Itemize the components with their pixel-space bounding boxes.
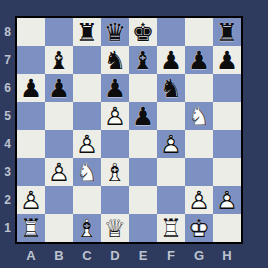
square-b4[interactable] [45,130,73,158]
file-label-c: C [73,246,101,266]
square-b1[interactable] [45,214,73,242]
square-c2[interactable] [73,186,101,214]
square-d2[interactable] [101,186,129,214]
square-e7[interactable]: ♝ [129,46,157,74]
square-h7[interactable]: ♟ [213,46,241,74]
square-h4[interactable] [213,130,241,158]
square-f7[interactable]: ♟ [157,46,185,74]
square-f5[interactable] [157,102,185,130]
file-label-b: B [45,246,73,266]
chess-board: ♜♛♚♜♝♞♝♟♟♟♟♟♟♞♟♙♟♞♘♟♙♟♙♟♙♞♘♝♗♟♙♟♙♟♙♜♖♝♗♛… [15,16,243,244]
piece-white-pawn: ♟♙ [157,130,185,158]
piece-white-rook: ♜♖ [17,214,45,242]
square-f6[interactable]: ♞ [157,74,185,102]
piece-black-pawn: ♟ [129,102,157,130]
piece-white-pawn: ♟♙ [101,102,129,130]
square-g5[interactable]: ♞♘ [185,102,213,130]
piece-black-pawn: ♟ [101,74,129,102]
square-c4[interactable]: ♟♙ [73,130,101,158]
square-a4[interactable] [17,130,45,158]
piece-black-rook: ♜ [73,18,101,46]
square-e6[interactable] [129,74,157,102]
square-g8[interactable] [185,18,213,46]
square-a6[interactable]: ♟ [17,74,45,102]
square-e8[interactable]: ♚ [129,18,157,46]
square-e5[interactable]: ♟ [129,102,157,130]
rank-label-3: 3 [0,158,15,186]
square-b6[interactable]: ♟ [45,74,73,102]
rank-label-4: 4 [0,130,15,158]
piece-white-king: ♚♔ [185,214,213,242]
rank-labels: 8 7 6 5 4 3 2 1 [0,18,15,242]
square-b7[interactable]: ♝ [45,46,73,74]
square-a2[interactable]: ♟♙ [17,186,45,214]
piece-black-bishop: ♝ [45,46,73,74]
square-c1[interactable]: ♝♗ [73,214,101,242]
square-g2[interactable]: ♟♙ [185,186,213,214]
piece-white-knight: ♞♘ [73,158,101,186]
square-c6[interactable] [73,74,101,102]
square-f1[interactable]: ♜♖ [157,214,185,242]
square-f8[interactable] [157,18,185,46]
piece-black-king: ♚ [129,18,157,46]
square-c7[interactable] [73,46,101,74]
file-label-e: E [129,246,157,266]
square-a3[interactable] [17,158,45,186]
square-d1[interactable]: ♛♕ [101,214,129,242]
file-label-a: A [17,246,45,266]
square-b8[interactable] [45,18,73,46]
square-a7[interactable] [17,46,45,74]
square-a5[interactable] [17,102,45,130]
piece-white-pawn: ♟♙ [185,186,213,214]
square-d3[interactable]: ♝♗ [101,158,129,186]
square-c3[interactable]: ♞♘ [73,158,101,186]
square-h2[interactable]: ♟♙ [213,186,241,214]
piece-black-bishop: ♝ [129,46,157,74]
square-a8[interactable] [17,18,45,46]
piece-black-knight: ♞ [157,74,185,102]
rank-label-1: 1 [0,214,15,242]
square-a1[interactable]: ♜♖ [17,214,45,242]
piece-black-pawn: ♟ [185,46,213,74]
piece-white-pawn: ♟♙ [17,186,45,214]
square-e1[interactable] [129,214,157,242]
square-d6[interactable]: ♟ [101,74,129,102]
square-f2[interactable] [157,186,185,214]
file-label-g: G [185,246,213,266]
square-g4[interactable] [185,130,213,158]
rank-label-6: 6 [0,74,15,102]
piece-white-pawn: ♟♙ [213,186,241,214]
square-e2[interactable] [129,186,157,214]
rank-label-2: 2 [0,186,15,214]
file-labels: A B C D E F G H [17,246,241,266]
square-b2[interactable] [45,186,73,214]
square-h5[interactable] [213,102,241,130]
piece-black-pawn: ♟ [17,74,45,102]
square-g6[interactable] [185,74,213,102]
square-h8[interactable]: ♜ [213,18,241,46]
square-g7[interactable]: ♟ [185,46,213,74]
square-c5[interactable] [73,102,101,130]
piece-black-rook: ♜ [213,18,241,46]
square-d4[interactable] [101,130,129,158]
piece-black-knight: ♞ [101,46,129,74]
piece-white-pawn: ♟♙ [45,158,73,186]
square-h1[interactable] [213,214,241,242]
square-f4[interactable]: ♟♙ [157,130,185,158]
piece-white-pawn: ♟♙ [73,130,101,158]
square-e3[interactable] [129,158,157,186]
piece-black-pawn: ♟ [45,74,73,102]
square-e4[interactable] [129,130,157,158]
file-label-f: F [157,246,185,266]
square-c8[interactable]: ♜ [73,18,101,46]
square-f3[interactable] [157,158,185,186]
square-g1[interactable]: ♚♔ [185,214,213,242]
piece-black-queen: ♛ [101,18,129,46]
piece-black-pawn: ♟ [213,46,241,74]
rank-label-5: 5 [0,102,15,130]
square-d7[interactable]: ♞ [101,46,129,74]
square-h3[interactable] [213,158,241,186]
piece-black-pawn: ♟ [157,46,185,74]
rank-label-7: 7 [0,46,15,74]
piece-white-queen: ♛♕ [101,214,129,242]
square-b5[interactable] [45,102,73,130]
square-g3[interactable] [185,158,213,186]
piece-white-bishop: ♝♗ [101,158,129,186]
piece-white-bishop: ♝♗ [73,214,101,242]
square-d8[interactable]: ♛ [101,18,129,46]
rank-label-8: 8 [0,18,15,46]
chess-diagram: 8 7 6 5 4 3 2 1 ♜♛♚♜♝♞♝♟♟♟♟♟♟♞♟♙♟♞♘♟♙♟♙♟… [0,0,268,268]
file-label-h: H [213,246,241,266]
file-label-d: D [101,246,129,266]
piece-white-knight: ♞♘ [185,102,213,130]
square-d5[interactable]: ♟♙ [101,102,129,130]
piece-white-rook: ♜♖ [157,214,185,242]
square-b3[interactable]: ♟♙ [45,158,73,186]
square-h6[interactable] [213,74,241,102]
